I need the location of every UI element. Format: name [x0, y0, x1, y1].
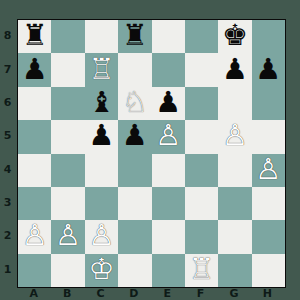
square-d7[interactable] — [118, 53, 151, 86]
square-g3[interactable] — [218, 187, 251, 220]
white-pawn[interactable]: ♙ — [22, 221, 48, 250]
square-f1[interactable]: ♖ — [185, 254, 218, 287]
square-e2[interactable] — [152, 220, 185, 253]
square-h5[interactable] — [252, 120, 285, 153]
rank-label-6: 6 — [0, 86, 15, 119]
square-a6[interactable] — [18, 87, 51, 120]
file-labels: ABCDEFGH — [17, 287, 284, 300]
square-f2[interactable] — [185, 220, 218, 253]
square-b4[interactable] — [51, 154, 84, 187]
square-d6[interactable]: ♘ — [118, 87, 151, 120]
square-a4[interactable] — [18, 154, 51, 187]
square-e5[interactable]: ♙ — [152, 120, 185, 153]
square-h1[interactable] — [252, 254, 285, 287]
square-c2[interactable]: ♙ — [85, 220, 118, 253]
square-h6[interactable] — [252, 87, 285, 120]
rank-label-1: 1 — [0, 253, 15, 286]
black-pawn[interactable]: ♟ — [255, 55, 281, 84]
black-pawn[interactable]: ♟ — [222, 55, 248, 84]
square-a3[interactable] — [18, 187, 51, 220]
file-label-c: C — [84, 287, 117, 300]
square-h8[interactable] — [252, 20, 285, 53]
square-g1[interactable] — [218, 254, 251, 287]
rank-label-4: 4 — [0, 153, 15, 186]
square-c4[interactable] — [85, 154, 118, 187]
black-king[interactable]: ♚ — [222, 21, 248, 50]
file-label-e: E — [151, 287, 184, 300]
file-label-b: B — [50, 287, 83, 300]
square-b2[interactable]: ♙ — [51, 220, 84, 253]
square-h7[interactable]: ♟ — [252, 53, 285, 86]
rank-label-7: 7 — [0, 52, 15, 85]
square-b7[interactable] — [51, 53, 84, 86]
square-g2[interactable] — [218, 220, 251, 253]
square-a7[interactable]: ♟ — [18, 53, 51, 86]
square-e4[interactable] — [152, 154, 185, 187]
file-label-a: A — [17, 287, 50, 300]
square-e3[interactable] — [152, 187, 185, 220]
square-a5[interactable] — [18, 120, 51, 153]
square-f4[interactable] — [185, 154, 218, 187]
square-b8[interactable] — [51, 20, 84, 53]
square-f3[interactable] — [185, 187, 218, 220]
white-knight[interactable]: ♘ — [122, 88, 148, 117]
square-d5[interactable]: ♟ — [118, 120, 151, 153]
rank-labels: 87654321 — [0, 19, 17, 286]
square-c3[interactable] — [85, 187, 118, 220]
square-g7[interactable]: ♟ — [218, 53, 251, 86]
file-label-g: G — [217, 287, 250, 300]
square-f6[interactable] — [185, 87, 218, 120]
square-g4[interactable] — [218, 154, 251, 187]
rank-label-8: 8 — [0, 19, 15, 52]
white-pawn[interactable]: ♙ — [155, 121, 181, 150]
file-label-f: F — [184, 287, 217, 300]
square-c8[interactable] — [85, 20, 118, 53]
square-d4[interactable] — [118, 154, 151, 187]
square-g6[interactable] — [218, 87, 251, 120]
square-d1[interactable] — [118, 254, 151, 287]
square-g5[interactable]: ♙ — [218, 120, 251, 153]
square-e8[interactable] — [152, 20, 185, 53]
square-b3[interactable] — [51, 187, 84, 220]
square-b5[interactable] — [51, 120, 84, 153]
square-f7[interactable] — [185, 53, 218, 86]
square-h4[interactable]: ♙ — [252, 154, 285, 187]
black-rook[interactable]: ♜ — [22, 21, 48, 50]
rank-label-3: 3 — [0, 186, 15, 219]
white-pawn[interactable]: ♙ — [222, 121, 248, 150]
square-c5[interactable]: ♟ — [85, 120, 118, 153]
board-frame: ♜♜♚♟♖♟♟♝♘♟♟♟♙♙♙♙♙♙♔♖ 87654321 ABCDEFGH — [0, 0, 300, 300]
square-d8[interactable]: ♜ — [118, 20, 151, 53]
rank-label-5: 5 — [0, 119, 15, 152]
square-c6[interactable]: ♝ — [85, 87, 118, 120]
file-label-h: H — [251, 287, 284, 300]
rank-label-2: 2 — [0, 219, 15, 252]
white-king[interactable]: ♔ — [88, 255, 114, 284]
square-c7[interactable]: ♖ — [85, 53, 118, 86]
white-pawn[interactable]: ♙ — [255, 155, 281, 184]
square-e7[interactable] — [152, 53, 185, 86]
white-pawn[interactable]: ♙ — [88, 221, 114, 250]
white-pawn[interactable]: ♙ — [55, 221, 81, 250]
square-h3[interactable] — [252, 187, 285, 220]
square-g8[interactable]: ♚ — [218, 20, 251, 53]
black-pawn[interactable]: ♟ — [88, 121, 114, 150]
file-label-d: D — [117, 287, 150, 300]
square-e1[interactable] — [152, 254, 185, 287]
black-rook[interactable]: ♜ — [122, 21, 148, 50]
square-c1[interactable]: ♔ — [85, 254, 118, 287]
square-h2[interactable] — [252, 220, 285, 253]
square-d2[interactable] — [118, 220, 151, 253]
black-pawn[interactable]: ♟ — [155, 88, 181, 117]
square-d3[interactable] — [118, 187, 151, 220]
square-f5[interactable] — [185, 120, 218, 153]
white-rook[interactable]: ♖ — [189, 255, 215, 284]
black-bishop[interactable]: ♝ — [88, 88, 114, 117]
square-b6[interactable] — [51, 87, 84, 120]
black-pawn[interactable]: ♟ — [22, 55, 48, 84]
square-f8[interactable] — [185, 20, 218, 53]
black-pawn[interactable]: ♟ — [122, 121, 148, 150]
square-a8[interactable]: ♜ — [18, 20, 51, 53]
square-a2[interactable]: ♙ — [18, 220, 51, 253]
square-b1[interactable] — [51, 254, 84, 287]
white-rook[interactable]: ♖ — [88, 55, 114, 84]
square-e6[interactable]: ♟ — [152, 87, 185, 120]
square-a1[interactable] — [18, 254, 51, 287]
chess-board: ♜♜♚♟♖♟♟♝♘♟♟♟♙♙♙♙♙♙♔♖ — [17, 19, 286, 288]
